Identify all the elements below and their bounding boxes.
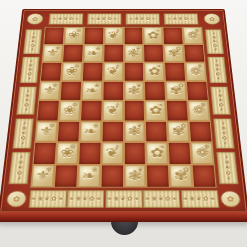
board-top-surface: ✿ ❧❀❦✿❧❧❀❦✿❧❧❀❦✿❧❧❀❦✿❧ ✿ ❧❀❦✿❧❧❀❦✿❧❧❀❦✿❧… — [0, 9, 247, 214]
border-plaque: ❧❀❦✿❧ — [180, 190, 219, 208]
border-plaque: ❧❀❦✿❧ — [207, 57, 227, 84]
square-f1 — [147, 165, 169, 187]
square-e1: ❃❦ — [124, 165, 145, 187]
square-f5 — [145, 82, 165, 100]
square-a8 — [44, 28, 63, 44]
square-a5: ⚜✾ — [39, 82, 60, 100]
square-b6: ❀❁ — [62, 63, 82, 80]
playing-field: ❀❁❦⚜✿❧❁❃⚜✾❧❀❃❦✾✿❀❁❦⚜✿❧❁❃⚜✾❧❀❃❦✾✿❀❁❦⚜✿❧❁❃… — [29, 26, 217, 188]
plaque-engraving: ❧❀❦✿❧ — [90, 17, 118, 22]
square-d6: ❦⚜ — [104, 63, 123, 80]
square-e7: ❃❦ — [124, 45, 143, 62]
square-g8 — [164, 28, 183, 44]
border-plaque: ❧❀❦✿❧ — [164, 13, 199, 24]
square-e8 — [124, 28, 142, 44]
square-engraving-detail: ❧ — [155, 28, 161, 33]
medallion-engraving: ✿ — [209, 16, 216, 22]
square-e4 — [124, 101, 144, 120]
border-plaque: ❧❀❦✿❧ — [23, 29, 42, 54]
corner-cell-bottom-left: ✿ — [3, 188, 29, 209]
square-f7 — [144, 45, 163, 62]
square-c2 — [79, 143, 100, 164]
square-engraving-detail: ✿ — [176, 45, 182, 50]
corner-cell-top-right: ✿ — [202, 12, 223, 27]
square-a4 — [37, 101, 58, 120]
square-engraving-detail: ❁ — [76, 28, 82, 33]
plaque-engraving: ❧❀❦✿❧ — [219, 121, 229, 146]
square-b1 — [55, 165, 77, 187]
border-plaque: ❧❀❦✿❧ — [12, 118, 34, 148]
square-d4: ❦⚜ — [103, 101, 123, 120]
square-d3 — [102, 122, 122, 142]
square-c8 — [84, 28, 103, 44]
square-engraving-detail: ❧ — [158, 102, 164, 108]
square-a1: ⚜✾ — [31, 165, 54, 187]
square-e5: ❃❦ — [124, 82, 144, 100]
plaque-engraving: ❧❀❦✿❧ — [28, 31, 37, 51]
border-plaque: ❧❀❦✿❧ — [105, 190, 143, 208]
square-f2: ✿❧ — [147, 143, 168, 164]
border-plaque: ❧❀❦✿❧ — [87, 13, 121, 24]
square-e6 — [124, 63, 143, 80]
square-engraving-detail: ❃ — [204, 144, 211, 151]
plaque-engraving: ❧❀❦✿❧ — [22, 89, 32, 112]
plaque-engraving: ❧❀❦✿❧ — [68, 196, 102, 203]
square-b8: ❀❁ — [64, 28, 83, 44]
square-d5 — [103, 82, 123, 100]
plaque-engraving: ❧❀❦✿❧ — [144, 196, 178, 203]
border-plaque: ❧❀❦✿❧ — [20, 57, 40, 84]
square-g3: ✾✿ — [168, 122, 189, 142]
square-c1: ❧❀ — [78, 165, 100, 187]
square-g5: ✾✿ — [166, 82, 186, 100]
square-engraving-detail: ✿ — [180, 122, 187, 128]
square-engraving-detail: ❦ — [136, 122, 142, 128]
square-b7 — [63, 45, 82, 62]
corner-medallion-icon: ✿ — [26, 13, 43, 24]
plaque-engraving: ❧❀❦✿❧ — [129, 17, 157, 22]
square-engraving-detail: ⚜ — [115, 28, 121, 33]
square-d8: ❦⚜ — [104, 28, 122, 44]
square-d2: ❦⚜ — [102, 143, 123, 164]
square-engraving-detail: ❃ — [197, 63, 203, 69]
square-engraving-detail: ✾ — [52, 82, 58, 88]
plaque-engraving: ❧❀❦✿❧ — [213, 59, 222, 81]
square-engraving-detail: ✿ — [178, 82, 184, 88]
square-engraving-detail: ⚜ — [114, 102, 120, 108]
border-bottom: ❧❀❦✿❧❧❀❦✿❧❧❀❦✿❧❧❀❦✿❧❧❀❦✿❧ — [27, 188, 219, 209]
square-h6: ❁❃ — [186, 63, 206, 80]
plaque-engraving: ❧❀❦✿❧ — [182, 196, 216, 203]
square-engraving-detail: ⚜ — [114, 144, 121, 151]
square-b5 — [61, 82, 81, 100]
plaque-engraving: ❧❀❦✿❧ — [222, 155, 232, 182]
square-engraving-detail: ⚜ — [115, 63, 121, 69]
square-h5 — [187, 82, 208, 100]
border-plaque: ❧❀❦✿❧ — [8, 152, 30, 185]
square-engraving-detail: ✾ — [55, 45, 61, 50]
border-plaque: ❧❀❦✿❧ — [210, 86, 231, 114]
square-a3: ⚜✾ — [36, 122, 58, 142]
border-top: ❧❀❦✿❧❧❀❦✿❧❧❀❦✿❧❧❀❦✿❧ — [44, 12, 203, 27]
square-engraving-detail: ❧ — [156, 63, 162, 69]
square-f3 — [146, 122, 167, 142]
square-e3: ❃❦ — [124, 122, 144, 142]
plaque-engraving: ❧❀❦✿❧ — [30, 196, 64, 203]
square-engraving-detail: ❦ — [137, 166, 144, 173]
square-engraving-detail: ❀ — [91, 166, 98, 173]
square-engraving-detail: ✿ — [183, 166, 190, 173]
square-engraving-detail: ❀ — [94, 82, 100, 88]
square-h7 — [184, 45, 204, 62]
corner-cell-top-left: ✿ — [24, 12, 45, 27]
square-c3: ❧❀ — [80, 122, 101, 142]
square-g1: ✾✿ — [170, 165, 192, 187]
square-engraving-detail: ❀ — [93, 122, 99, 128]
square-engraving-detail: ❦ — [136, 82, 142, 88]
plaque-engraving: ❧❀❦✿❧ — [216, 89, 226, 112]
square-a7: ⚜✾ — [43, 45, 63, 62]
corner-medallion-icon: ✿ — [203, 13, 220, 24]
plaque-engraving: ❧❀❦✿❧ — [210, 31, 219, 51]
square-g7: ✾✿ — [164, 45, 183, 62]
border-plaque: ❧❀❦✿❧ — [126, 13, 160, 24]
square-h1 — [193, 165, 216, 187]
square-g2 — [169, 143, 191, 164]
square-engraving-detail: ❦ — [135, 45, 141, 50]
border-plaque: ❧❀❦✿❧ — [205, 29, 224, 54]
square-engraving-detail: ❃ — [194, 28, 200, 33]
square-c5: ❧❀ — [82, 82, 102, 100]
border-plaque: ❧❀❦✿❧ — [143, 190, 181, 208]
square-d7 — [104, 45, 123, 62]
plaque-engraving: ❧❀❦✿❧ — [107, 196, 141, 203]
corner-medallion-icon: ✿ — [6, 191, 27, 207]
square-engraving-detail: ❁ — [72, 102, 78, 108]
square-engraving-detail: ✾ — [49, 122, 56, 128]
square-f4: ✿❧ — [146, 101, 166, 120]
corner-cell-bottom-right: ✿ — [218, 188, 244, 209]
square-a6 — [41, 63, 61, 80]
square-c4 — [81, 101, 101, 120]
square-h4: ❁❃ — [188, 101, 209, 120]
square-d1 — [101, 165, 122, 187]
square-f8: ✿❧ — [144, 28, 163, 44]
medallion-engraving: ✿ — [12, 195, 20, 203]
border-plaque: ❧❀❦✿❧ — [213, 118, 235, 148]
square-c6 — [83, 63, 103, 80]
square-c7: ❧❀ — [83, 45, 102, 62]
border-plaque: ❧❀❦✿❧ — [28, 190, 67, 208]
border-plaque: ❧❀❦✿❧ — [216, 152, 238, 185]
square-g6 — [165, 63, 185, 80]
border-plaque: ❧❀❦✿❧ — [48, 13, 83, 24]
square-b3 — [58, 122, 79, 142]
square-h3 — [190, 122, 212, 142]
square-engraving-detail: ❧ — [159, 144, 166, 151]
corner-medallion-icon: ✿ — [220, 191, 241, 207]
square-engraving-detail: ❁ — [74, 63, 80, 69]
square-engraving-detail: ❃ — [200, 102, 207, 108]
table-front-edge — [0, 212, 247, 222]
plaque-engraving: ❧❀❦✿❧ — [14, 155, 24, 182]
plaque-engraving: ❧❀❦✿❧ — [167, 17, 195, 22]
medallion-engraving: ✿ — [226, 195, 234, 203]
square-b2: ❀❁ — [56, 143, 78, 164]
square-b4: ❀❁ — [59, 101, 80, 120]
square-engraving-detail: ❀ — [95, 45, 101, 50]
photo-of-chess-table: ✿ ❧❀❦✿❧❧❀❦✿❧❧❀❦✿❧❧❀❦✿❧ ✿ ❧❀❦✿❧❧❀❦✿❧❧❀❦✿❧… — [0, 0, 247, 247]
square-engraving-detail: ❁ — [70, 144, 77, 151]
plaque-engraving: ❧❀❦✿❧ — [52, 17, 80, 22]
border-plaque: ❧❀❦✿❧ — [16, 86, 37, 114]
chess-board: ✿ ❧❀❦✿❧❧❀❦✿❧❧❀❦✿❧❧❀❦✿❧ ✿ ❧❀❦✿❧❧❀❦✿❧❧❀❦✿❧… — [0, 9, 247, 214]
square-f6: ✿❧ — [145, 63, 165, 80]
square-h2: ❁❃ — [191, 143, 213, 164]
square-e2 — [124, 143, 145, 164]
plaque-engraving: ❧❀❦✿❧ — [25, 59, 34, 81]
square-g4 — [167, 101, 188, 120]
square-h8: ❁❃ — [183, 28, 202, 44]
border-plaque: ❧❀❦✿❧ — [66, 190, 104, 208]
plaque-engraving: ❧❀❦✿❧ — [18, 121, 28, 146]
medallion-engraving: ✿ — [32, 16, 39, 22]
square-a2 — [34, 143, 56, 164]
square-engraving-detail: ✾ — [45, 166, 52, 173]
